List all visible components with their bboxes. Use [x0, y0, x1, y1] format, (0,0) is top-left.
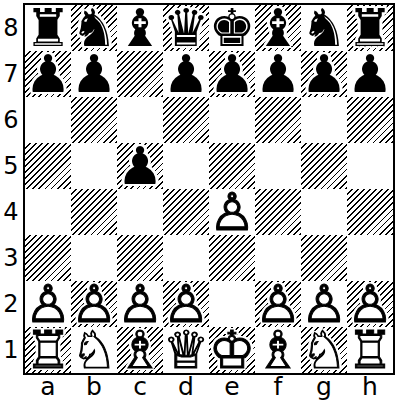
square-e1[interactable]: ♚♔	[209, 327, 255, 373]
square-h6[interactable]	[347, 97, 393, 143]
square-g7[interactable]: ♟	[301, 51, 347, 97]
piece-outline-glyph: ♕	[163, 327, 209, 373]
piece-white-king[interactable]: ♚♔	[209, 327, 255, 373]
rank-label-2: 2	[0, 281, 22, 327]
square-f1[interactable]: ♝♗	[255, 327, 301, 373]
square-h4[interactable]	[347, 189, 393, 235]
square-f6[interactable]	[255, 97, 301, 143]
piece-black-pawn[interactable]: ♟	[255, 51, 301, 97]
rank-label-1: 1	[0, 327, 22, 373]
piece-black-pawn[interactable]: ♟	[301, 51, 347, 97]
piece-black-pawn[interactable]: ♟	[347, 51, 393, 97]
square-g4[interactable]	[301, 189, 347, 235]
file-label-a: a	[25, 373, 71, 399]
square-c7[interactable]	[117, 51, 163, 97]
file-label-e: e	[209, 373, 255, 399]
square-f4[interactable]	[255, 189, 301, 235]
rank-label-4: 4	[0, 189, 22, 235]
square-e3[interactable]	[209, 235, 255, 281]
square-c8[interactable]: ♝	[117, 5, 163, 51]
rank-labels: 87654321	[0, 5, 22, 373]
square-d4[interactable]	[163, 189, 209, 235]
file-label-c: c	[117, 373, 163, 399]
rank-label-3: 3	[0, 235, 22, 281]
piece-fill-glyph: ♟	[25, 51, 71, 97]
piece-white-pawn[interactable]: ♟♙	[209, 189, 255, 235]
file-label-g: g	[301, 373, 347, 399]
square-h1[interactable]: ♜♖	[347, 327, 393, 373]
piece-outline-glyph: ♖	[25, 327, 71, 373]
piece-outline-glyph: ♗	[255, 327, 301, 373]
square-b5[interactable]	[71, 143, 117, 189]
piece-white-bishop[interactable]: ♝♗	[117, 327, 163, 373]
piece-black-pawn[interactable]: ♟	[117, 143, 163, 189]
square-g1[interactable]: ♞♘	[301, 327, 347, 373]
square-d1[interactable]: ♛♕	[163, 327, 209, 373]
piece-white-knight[interactable]: ♞♘	[301, 327, 347, 373]
piece-black-pawn[interactable]: ♟	[25, 51, 71, 97]
file-labels: abcdefgh	[25, 373, 393, 399]
piece-outline-glyph: ♗	[117, 327, 163, 373]
piece-fill-glyph: ♟	[301, 51, 347, 97]
piece-fill-glyph: ♟	[255, 51, 301, 97]
file-label-f: f	[255, 373, 301, 399]
square-b4[interactable]	[71, 189, 117, 235]
rank-label-7: 7	[0, 51, 22, 97]
square-a1[interactable]: ♜♖	[25, 327, 71, 373]
piece-white-rook[interactable]: ♜♖	[25, 327, 71, 373]
square-a7[interactable]: ♟	[25, 51, 71, 97]
square-f7[interactable]: ♟	[255, 51, 301, 97]
square-d6[interactable]	[163, 97, 209, 143]
square-e6[interactable]	[209, 97, 255, 143]
piece-fill-glyph: ♟	[347, 51, 393, 97]
rank-label-6: 6	[0, 97, 22, 143]
square-b1[interactable]: ♞♘	[71, 327, 117, 373]
rank-label-5: 5	[0, 143, 22, 189]
piece-white-knight[interactable]: ♞♘	[71, 327, 117, 373]
chess-diagram: 87654321 ♜♞♝♛♚♝♞♜♟♟♟♟♟♟♟♟♟♙♟♙♟♙♟♙♟♙♟♙♟♙♟…	[0, 0, 400, 400]
square-d5[interactable]	[163, 143, 209, 189]
square-b6[interactable]	[71, 97, 117, 143]
square-a6[interactable]	[25, 97, 71, 143]
file-label-b: b	[71, 373, 117, 399]
square-h5[interactable]	[347, 143, 393, 189]
file-label-h: h	[347, 373, 393, 399]
piece-black-pawn[interactable]: ♟	[209, 51, 255, 97]
piece-black-pawn[interactable]: ♟	[71, 51, 117, 97]
piece-outline-glyph: ♔	[209, 327, 255, 373]
square-c5[interactable]: ♟	[117, 143, 163, 189]
square-e4[interactable]: ♟♙	[209, 189, 255, 235]
file-label-d: d	[163, 373, 209, 399]
piece-fill-glyph: ♝	[117, 5, 163, 51]
piece-black-bishop[interactable]: ♝	[117, 5, 163, 51]
piece-outline-glyph: ♙	[209, 189, 255, 235]
piece-fill-glyph: ♟	[209, 51, 255, 97]
board: ♜♞♝♛♚♝♞♜♟♟♟♟♟♟♟♟♟♙♟♙♟♙♟♙♟♙♟♙♟♙♟♙♜♖♞♘♝♗♛♕…	[23, 3, 395, 375]
piece-black-pawn[interactable]: ♟	[163, 51, 209, 97]
square-f5[interactable]	[255, 143, 301, 189]
square-h7[interactable]: ♟	[347, 51, 393, 97]
square-g5[interactable]	[301, 143, 347, 189]
square-c1[interactable]: ♝♗	[117, 327, 163, 373]
square-a4[interactable]	[25, 189, 71, 235]
piece-outline-glyph: ♘	[301, 327, 347, 373]
piece-white-queen[interactable]: ♛♕	[163, 327, 209, 373]
piece-white-bishop[interactable]: ♝♗	[255, 327, 301, 373]
square-a5[interactable]	[25, 143, 71, 189]
piece-outline-glyph: ♘	[71, 327, 117, 373]
square-b7[interactable]: ♟	[71, 51, 117, 97]
piece-white-rook[interactable]: ♜♖	[347, 327, 393, 373]
piece-fill-glyph: ♟	[163, 51, 209, 97]
square-g6[interactable]	[301, 97, 347, 143]
piece-outline-glyph: ♖	[347, 327, 393, 373]
square-d7[interactable]: ♟	[163, 51, 209, 97]
piece-fill-glyph: ♟	[71, 51, 117, 97]
square-e7[interactable]: ♟	[209, 51, 255, 97]
piece-fill-glyph: ♟	[117, 143, 163, 189]
rank-label-8: 8	[0, 5, 22, 51]
square-c4[interactable]	[117, 189, 163, 235]
